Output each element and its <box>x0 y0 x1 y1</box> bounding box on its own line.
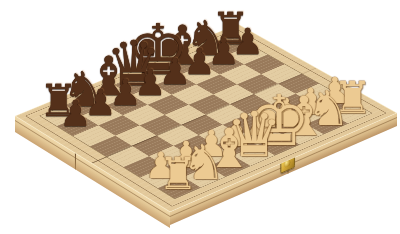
piece-white-rook-a1[interactable]: ♜ <box>159 152 198 196</box>
piece-black-pawn-a7[interactable]: ♟ <box>59 96 91 132</box>
fold-seam-left-face <box>75 153 76 170</box>
chess-set-photo: ♜♞♝♛♚♝♞♜♟♟♟♟♟♟♟♟♟♟♟♟♟♟♟♟♜♞♝♛♚♝♞♜ <box>0 0 400 234</box>
